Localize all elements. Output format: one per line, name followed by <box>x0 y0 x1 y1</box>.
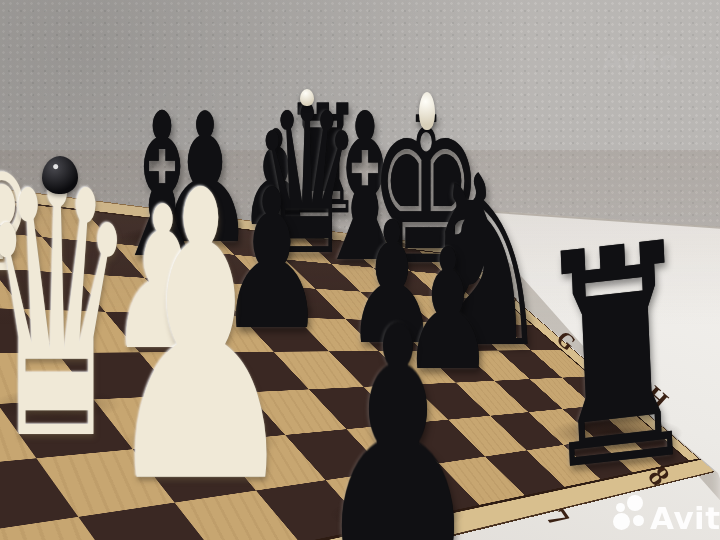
white-pawn: ♟ <box>103 141 299 539</box>
photo-scene: Avito FGH87 ♜♟♟♛♝♝♚♚♟♞♟♟♟♛♜♟♟ Avito <box>0 0 720 540</box>
black-king-white-finial <box>419 92 435 130</box>
black-pawn: ♟ <box>314 287 482 540</box>
wall-watermark: Avito <box>602 46 677 76</box>
black-rook: ♜ <box>529 202 705 515</box>
white-queen-black-topknot <box>42 156 78 194</box>
